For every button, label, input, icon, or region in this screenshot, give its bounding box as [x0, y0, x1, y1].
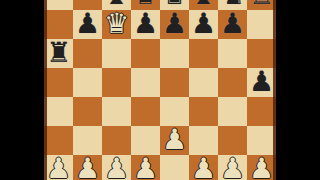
piece-white-pawn-a2[interactable]: ♟ [46, 154, 71, 180]
square-g6[interactable] [218, 39, 247, 68]
square-a4[interactable] [44, 97, 73, 126]
piece-black-pawn-h5[interactable]: ♟ [249, 67, 274, 96]
piece-black-pawn-g7[interactable]: ♟ [220, 9, 245, 38]
video-frame: ♝♛♚♝♞♜♟♛♟♟♟♟♜♟♟♟♟♟♟♟♟♟ [0, 0, 320, 180]
square-h8[interactable]: ♜ [247, 0, 276, 10]
piece-white-pawn-h2[interactable]: ♟ [249, 154, 274, 180]
square-f3[interactable] [189, 126, 218, 155]
letterbox-right [276, 0, 320, 180]
piece-black-rook-a6[interactable]: ♜ [46, 38, 71, 67]
square-g2[interactable]: ♟ [218, 155, 247, 180]
board-edge-left [44, 0, 47, 180]
square-c4[interactable] [102, 97, 131, 126]
letterbox-left [0, 0, 44, 180]
piece-white-queen-c7[interactable]: ♛ [104, 9, 129, 38]
square-c5[interactable] [102, 68, 131, 97]
square-g7[interactable]: ♟ [218, 10, 247, 39]
square-h2[interactable]: ♟ [247, 155, 276, 180]
square-b6[interactable] [73, 39, 102, 68]
square-d3[interactable] [131, 126, 160, 155]
piece-white-pawn-f2[interactable]: ♟ [191, 154, 216, 180]
square-a7[interactable] [44, 10, 73, 39]
square-c2[interactable]: ♟ [102, 155, 131, 180]
square-h3[interactable] [247, 126, 276, 155]
square-c6[interactable] [102, 39, 131, 68]
square-b4[interactable] [73, 97, 102, 126]
square-e4[interactable] [160, 97, 189, 126]
square-b7[interactable]: ♟ [73, 10, 102, 39]
piece-white-pawn-g2[interactable]: ♟ [220, 154, 245, 180]
square-e7[interactable]: ♟ [160, 10, 189, 39]
square-a3[interactable] [44, 126, 73, 155]
square-b3[interactable] [73, 126, 102, 155]
piece-white-pawn-b2[interactable]: ♟ [75, 154, 100, 180]
piece-black-pawn-f7[interactable]: ♟ [191, 9, 216, 38]
square-e2[interactable] [160, 155, 189, 180]
square-a6[interactable]: ♜ [44, 39, 73, 68]
square-h7[interactable] [247, 10, 276, 39]
piece-white-pawn-c2[interactable]: ♟ [104, 154, 129, 180]
square-a5[interactable] [44, 68, 73, 97]
square-f2[interactable]: ♟ [189, 155, 218, 180]
square-e6[interactable] [160, 39, 189, 68]
square-h6[interactable] [247, 39, 276, 68]
piece-white-pawn-d2[interactable]: ♟ [133, 154, 158, 180]
square-b2[interactable]: ♟ [73, 155, 102, 180]
square-f7[interactable]: ♟ [189, 10, 218, 39]
piece-black-pawn-d7[interactable]: ♟ [133, 9, 158, 38]
square-f6[interactable] [189, 39, 218, 68]
square-h5[interactable]: ♟ [247, 68, 276, 97]
piece-white-pawn-e3[interactable]: ♟ [162, 125, 187, 154]
square-g3[interactable] [218, 126, 247, 155]
square-e3[interactable]: ♟ [160, 126, 189, 155]
square-a2[interactable]: ♟ [44, 155, 73, 180]
square-c7[interactable]: ♛ [102, 10, 131, 39]
square-d4[interactable] [131, 97, 160, 126]
square-h4[interactable] [247, 97, 276, 126]
square-d7[interactable]: ♟ [131, 10, 160, 39]
square-b5[interactable] [73, 68, 102, 97]
chess-board: ♝♛♚♝♞♜♟♛♟♟♟♟♜♟♟♟♟♟♟♟♟♟ [44, 0, 276, 180]
square-d2[interactable]: ♟ [131, 155, 160, 180]
square-g4[interactable] [218, 97, 247, 126]
square-d6[interactable] [131, 39, 160, 68]
piece-black-rook-h8[interactable]: ♜ [249, 0, 274, 9]
square-f4[interactable] [189, 97, 218, 126]
square-e5[interactable] [160, 68, 189, 97]
square-g5[interactable] [218, 68, 247, 97]
square-a8[interactable] [44, 0, 73, 10]
square-d5[interactable] [131, 68, 160, 97]
piece-black-pawn-e7[interactable]: ♟ [162, 9, 187, 38]
square-f5[interactable] [189, 68, 218, 97]
piece-black-pawn-b7[interactable]: ♟ [75, 9, 100, 38]
square-c3[interactable] [102, 126, 131, 155]
